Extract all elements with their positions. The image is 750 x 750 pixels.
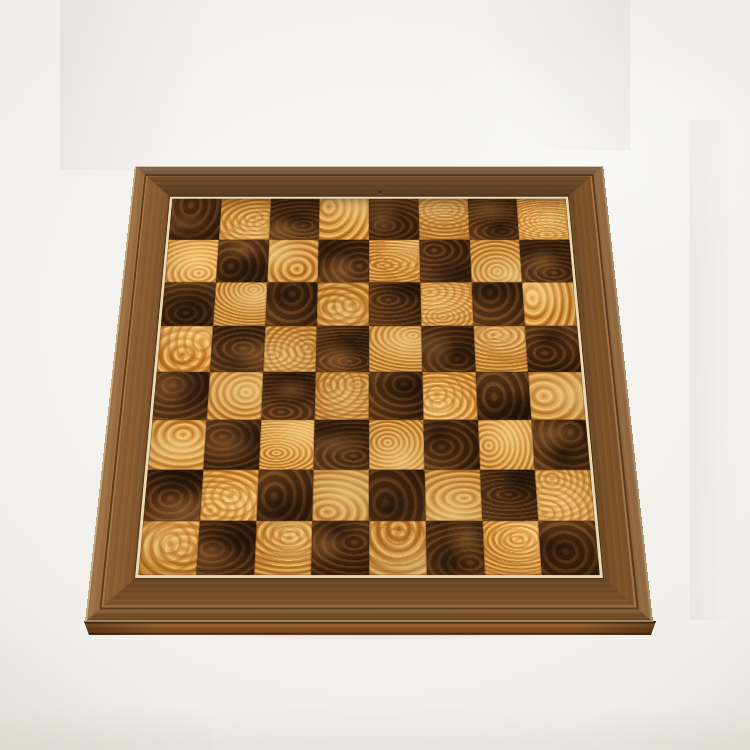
square-f5[interactable] [421, 326, 475, 372]
square-g2[interactable] [480, 469, 539, 521]
square-c8[interactable] [269, 199, 320, 240]
square-g3[interactable] [477, 420, 535, 470]
square-a6[interactable] [161, 282, 216, 326]
square-e4[interactable] [369, 372, 423, 420]
square-b3[interactable] [203, 420, 261, 470]
square-f2[interactable] [424, 469, 482, 521]
square-c6[interactable] [265, 282, 318, 326]
square-e3[interactable] [369, 420, 424, 470]
square-h1[interactable] [538, 521, 599, 575]
board-squares [138, 199, 600, 575]
square-c3[interactable] [258, 420, 314, 470]
chessboard [85, 166, 653, 622]
square-a8[interactable] [169, 199, 222, 240]
square-h5[interactable] [525, 326, 581, 372]
square-h7[interactable] [519, 240, 573, 282]
square-f4[interactable] [422, 372, 477, 420]
square-a1[interactable] [138, 521, 199, 575]
square-d5[interactable] [316, 326, 369, 372]
square-b1[interactable] [196, 521, 256, 575]
square-g6[interactable] [471, 282, 525, 326]
square-b4[interactable] [206, 372, 262, 420]
square-d6[interactable] [317, 282, 369, 326]
frame-blemish-dot [378, 191, 382, 194]
square-e1[interactable] [369, 521, 427, 575]
square-e8[interactable] [369, 199, 419, 240]
square-a5[interactable] [157, 326, 213, 372]
square-e6[interactable] [369, 282, 421, 326]
square-h4[interactable] [528, 372, 585, 420]
board-front-edge [84, 621, 656, 635]
square-g8[interactable] [467, 199, 519, 240]
square-c4[interactable] [261, 372, 316, 420]
square-g1[interactable] [482, 521, 542, 575]
square-h6[interactable] [522, 282, 577, 326]
square-c5[interactable] [263, 326, 317, 372]
square-h3[interactable] [532, 420, 591, 470]
square-d8[interactable] [319, 199, 369, 240]
square-a2[interactable] [143, 469, 203, 521]
square-e5[interactable] [369, 326, 422, 372]
square-f7[interactable] [419, 240, 471, 282]
square-g5[interactable] [473, 326, 528, 372]
square-a7[interactable] [165, 240, 219, 282]
square-d2[interactable] [313, 469, 369, 521]
square-a3[interactable] [148, 420, 207, 470]
square-c1[interactable] [254, 521, 313, 575]
square-b5[interactable] [210, 326, 265, 372]
square-b2[interactable] [200, 469, 259, 521]
square-d7[interactable] [318, 240, 369, 282]
square-f6[interactable] [420, 282, 473, 326]
square-c2[interactable] [256, 469, 314, 521]
square-f8[interactable] [418, 199, 469, 240]
square-b6[interactable] [213, 282, 267, 326]
square-d1[interactable] [311, 521, 369, 575]
square-f1[interactable] [425, 521, 484, 575]
square-h2[interactable] [535, 469, 595, 521]
square-f3[interactable] [423, 420, 479, 470]
square-h8[interactable] [517, 199, 570, 240]
square-c7[interactable] [267, 240, 319, 282]
square-d3[interactable] [314, 420, 369, 470]
square-g4[interactable] [475, 372, 531, 420]
square-a4[interactable] [152, 372, 209, 420]
square-b7[interactable] [216, 240, 269, 282]
square-g7[interactable] [469, 240, 522, 282]
square-e7[interactable] [369, 240, 420, 282]
square-b8[interactable] [219, 199, 271, 240]
square-e2[interactable] [369, 469, 425, 521]
photo-scene [0, 0, 750, 750]
square-d4[interactable] [315, 372, 369, 420]
